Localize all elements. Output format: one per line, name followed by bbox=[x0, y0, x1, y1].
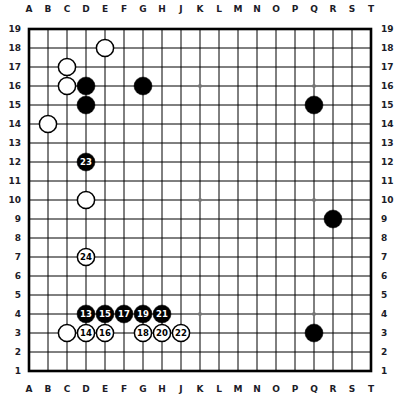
star-point-K16 bbox=[198, 84, 202, 88]
row-label-left-6: 6 bbox=[0, 270, 21, 282]
row-label-right-6: 6 bbox=[381, 270, 399, 282]
stone-black-Q3 bbox=[305, 324, 323, 342]
move-number-18: 18 bbox=[137, 328, 149, 338]
stone-white-D10 bbox=[77, 191, 94, 208]
col-label-top-J: J bbox=[172, 3, 191, 15]
move-number-15: 15 bbox=[99, 309, 111, 319]
stone-white-J3: 22 bbox=[172, 324, 189, 341]
col-label-top-L: L bbox=[210, 3, 229, 15]
row-label-left-4: 4 bbox=[0, 308, 21, 320]
stone-white-D3: 14 bbox=[77, 324, 94, 341]
row-label-left-7: 7 bbox=[0, 251, 21, 263]
row-label-right-9: 9 bbox=[381, 213, 399, 225]
row-label-right-5: 5 bbox=[381, 289, 399, 301]
row-label-right-10: 10 bbox=[381, 194, 399, 206]
star-point-K10 bbox=[198, 198, 202, 202]
col-label-top-H: H bbox=[153, 3, 172, 15]
stone-black-D16 bbox=[77, 77, 95, 95]
row-label-left-9: 9 bbox=[0, 213, 21, 225]
stone-black-G16 bbox=[134, 77, 152, 95]
col-label-top-R: R bbox=[324, 3, 343, 15]
stone-white-C3 bbox=[58, 324, 75, 341]
col-label-top-D: D bbox=[77, 3, 96, 15]
row-label-right-8: 8 bbox=[381, 232, 399, 244]
star-point-Q16 bbox=[312, 84, 316, 88]
col-label-bottom-K: K bbox=[191, 383, 210, 395]
col-label-bottom-A: A bbox=[20, 383, 39, 395]
col-label-top-F: F bbox=[115, 3, 134, 15]
stone-white-D7: 24 bbox=[77, 248, 94, 265]
star-point-Q4 bbox=[312, 312, 316, 316]
row-label-left-18: 18 bbox=[0, 42, 21, 54]
col-label-bottom-Q: Q bbox=[305, 383, 324, 395]
col-label-top-A: A bbox=[20, 3, 39, 15]
row-label-left-1: 1 bbox=[0, 365, 21, 377]
go-diagram: AABBCCDDEEFFGGHHJJKKLLMMNNOOPPQQRRSSTT19… bbox=[0, 0, 400, 400]
col-label-top-T: T bbox=[362, 3, 381, 15]
move-number-13: 13 bbox=[80, 309, 92, 319]
col-label-top-S: S bbox=[343, 3, 362, 15]
col-label-top-P: P bbox=[286, 3, 305, 15]
stone-white-B14 bbox=[39, 115, 56, 132]
row-label-right-11: 11 bbox=[381, 175, 399, 187]
move-number-24: 24 bbox=[80, 252, 92, 262]
row-label-right-14: 14 bbox=[381, 118, 399, 130]
col-label-bottom-F: F bbox=[115, 383, 134, 395]
row-label-left-13: 13 bbox=[0, 137, 21, 149]
stone-black-F4: 17 bbox=[115, 305, 133, 323]
row-label-left-2: 2 bbox=[0, 346, 21, 358]
row-label-left-17: 17 bbox=[0, 61, 21, 73]
col-label-top-O: O bbox=[267, 3, 286, 15]
stone-black-R9 bbox=[324, 210, 342, 228]
row-label-left-16: 16 bbox=[0, 80, 21, 92]
col-label-bottom-R: R bbox=[324, 383, 343, 395]
row-label-left-5: 5 bbox=[0, 289, 21, 301]
row-label-left-12: 12 bbox=[0, 156, 21, 168]
col-label-bottom-C: C bbox=[58, 383, 77, 395]
col-label-top-Q: Q bbox=[305, 3, 324, 15]
stone-black-H4: 21 bbox=[153, 305, 171, 323]
row-label-right-17: 17 bbox=[381, 61, 399, 73]
move-number-20: 20 bbox=[156, 328, 168, 338]
col-label-bottom-E: E bbox=[96, 383, 115, 395]
row-label-right-19: 19 bbox=[381, 23, 399, 35]
move-number-22: 22 bbox=[175, 328, 187, 338]
row-label-right-12: 12 bbox=[381, 156, 399, 168]
row-label-right-7: 7 bbox=[381, 251, 399, 263]
row-label-left-8: 8 bbox=[0, 232, 21, 244]
move-number-16: 16 bbox=[99, 328, 111, 338]
col-label-bottom-T: T bbox=[362, 383, 381, 395]
col-label-bottom-J: J bbox=[172, 383, 191, 395]
col-label-top-C: C bbox=[58, 3, 77, 15]
col-label-bottom-S: S bbox=[343, 383, 362, 395]
star-point-Q10 bbox=[312, 198, 316, 202]
row-label-left-3: 3 bbox=[0, 327, 21, 339]
col-label-top-K: K bbox=[191, 3, 210, 15]
row-label-right-3: 3 bbox=[381, 327, 399, 339]
stone-white-C17 bbox=[58, 58, 75, 75]
stone-white-H3: 20 bbox=[153, 324, 170, 341]
col-label-top-N: N bbox=[248, 3, 267, 15]
star-point-K4 bbox=[198, 312, 202, 316]
row-label-right-4: 4 bbox=[381, 308, 399, 320]
row-label-right-1: 1 bbox=[381, 365, 399, 377]
col-label-bottom-G: G bbox=[134, 383, 153, 395]
move-number-23: 23 bbox=[80, 157, 92, 167]
stone-white-C16 bbox=[58, 77, 75, 94]
col-label-bottom-O: O bbox=[267, 383, 286, 395]
move-number-19: 19 bbox=[137, 309, 149, 319]
row-label-right-15: 15 bbox=[381, 99, 399, 111]
stone-black-G4: 19 bbox=[134, 305, 152, 323]
move-number-21: 21 bbox=[156, 309, 168, 319]
go-board[interactable]: 131415161718192021222324 bbox=[29, 29, 371, 371]
col-label-top-M: M bbox=[229, 3, 248, 15]
stone-black-D12: 23 bbox=[77, 153, 95, 171]
col-label-bottom-M: M bbox=[229, 383, 248, 395]
row-label-left-19: 19 bbox=[0, 23, 21, 35]
row-label-left-11: 11 bbox=[0, 175, 21, 187]
stone-black-Q15 bbox=[305, 96, 323, 114]
stone-white-E3: 16 bbox=[96, 324, 113, 341]
col-label-bottom-L: L bbox=[210, 383, 229, 395]
move-number-14: 14 bbox=[80, 328, 92, 338]
move-number-17: 17 bbox=[118, 309, 130, 319]
col-label-top-B: B bbox=[39, 3, 58, 15]
row-label-right-18: 18 bbox=[381, 42, 399, 54]
row-label-left-14: 14 bbox=[0, 118, 21, 130]
row-label-right-16: 16 bbox=[381, 80, 399, 92]
row-label-right-2: 2 bbox=[381, 346, 399, 358]
col-label-bottom-N: N bbox=[248, 383, 267, 395]
row-label-right-13: 13 bbox=[381, 137, 399, 149]
col-label-top-E: E bbox=[96, 3, 115, 15]
row-label-left-10: 10 bbox=[0, 194, 21, 206]
stone-black-D4: 13 bbox=[77, 305, 95, 323]
col-label-bottom-P: P bbox=[286, 383, 305, 395]
stone-white-E18 bbox=[96, 39, 113, 56]
col-label-bottom-H: H bbox=[153, 383, 172, 395]
col-label-bottom-D: D bbox=[77, 383, 96, 395]
stone-black-D15 bbox=[77, 96, 95, 114]
stone-white-G3: 18 bbox=[134, 324, 151, 341]
col-label-top-G: G bbox=[134, 3, 153, 15]
row-label-left-15: 15 bbox=[0, 99, 21, 111]
col-label-bottom-B: B bbox=[39, 383, 58, 395]
stone-black-E4: 15 bbox=[96, 305, 114, 323]
